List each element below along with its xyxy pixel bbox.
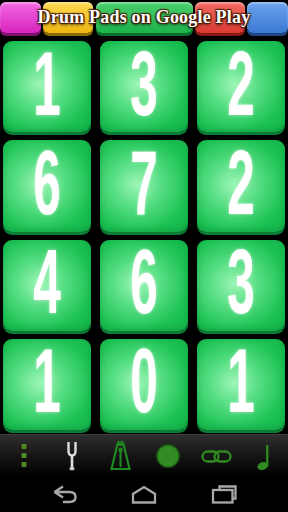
nav-home-button[interactable] xyxy=(128,483,160,507)
record-icon xyxy=(155,443,181,469)
note-icon xyxy=(257,442,272,471)
drum-pad-r3c3[interactable]: 3 xyxy=(197,240,285,331)
banner-title: Drum Pads on Google Play xyxy=(0,0,288,34)
drum-pad-r2c1[interactable]: 6 xyxy=(3,140,91,231)
drum-pad-r4c3[interactable]: 1 xyxy=(197,339,285,430)
metronome-button[interactable] xyxy=(96,435,144,477)
drum-pad-r1c1[interactable]: 1 xyxy=(3,41,91,132)
drum-pad-r1c3[interactable]: 2 xyxy=(197,41,285,132)
pad-number: 3 xyxy=(130,39,158,129)
toolbar xyxy=(0,434,288,477)
drum-pad-r2c3[interactable]: 2 xyxy=(197,140,285,231)
pad-number: 2 xyxy=(227,39,255,129)
loop-icon xyxy=(201,448,232,465)
recents-icon xyxy=(211,485,237,504)
note-button[interactable] xyxy=(240,435,288,477)
pad-number: 7 xyxy=(130,138,158,228)
menu-dots-icon xyxy=(20,443,28,469)
home-icon xyxy=(130,485,158,504)
drum-pad-r2c2[interactable]: 7 xyxy=(100,140,188,231)
nav-recents-button[interactable] xyxy=(208,483,240,507)
record-button[interactable] xyxy=(144,435,192,477)
drum-pad-r4c2[interactable]: 0 xyxy=(100,339,188,430)
drum-pad-r3c2[interactable]: 6 xyxy=(100,240,188,331)
pad-number: 1 xyxy=(33,39,61,129)
loop-button[interactable] xyxy=(192,435,240,477)
back-icon xyxy=(50,485,78,504)
android-navbar xyxy=(0,477,288,512)
tuning-fork-icon xyxy=(65,442,79,471)
drum-pad-grid: 1 3 2 6 7 2 4 6 3 1 0 1 xyxy=(0,37,288,434)
pad-number: 3 xyxy=(227,237,255,327)
google-play-banner[interactable]: Drum Pads on Google Play xyxy=(0,0,288,37)
pad-number: 4 xyxy=(33,237,61,327)
pad-number: 0 xyxy=(130,336,158,426)
drum-pad-r1c2[interactable]: 3 xyxy=(100,41,188,132)
menu-button[interactable] xyxy=(0,435,48,477)
drum-pad-r3c1[interactable]: 4 xyxy=(3,240,91,331)
pad-number: 1 xyxy=(227,336,255,426)
pad-number: 2 xyxy=(227,138,255,228)
drum-pads-app-screen: Drum Pads on Google Play 1 3 2 6 7 2 4 6… xyxy=(0,0,288,512)
pad-number: 6 xyxy=(33,138,61,228)
pad-number: 1 xyxy=(33,336,61,426)
drum-pad-r4c1[interactable]: 1 xyxy=(3,339,91,430)
pad-number: 6 xyxy=(130,237,158,327)
tuner-button[interactable] xyxy=(48,435,96,477)
metronome-icon xyxy=(108,441,133,471)
nav-back-button[interactable] xyxy=(48,483,80,507)
